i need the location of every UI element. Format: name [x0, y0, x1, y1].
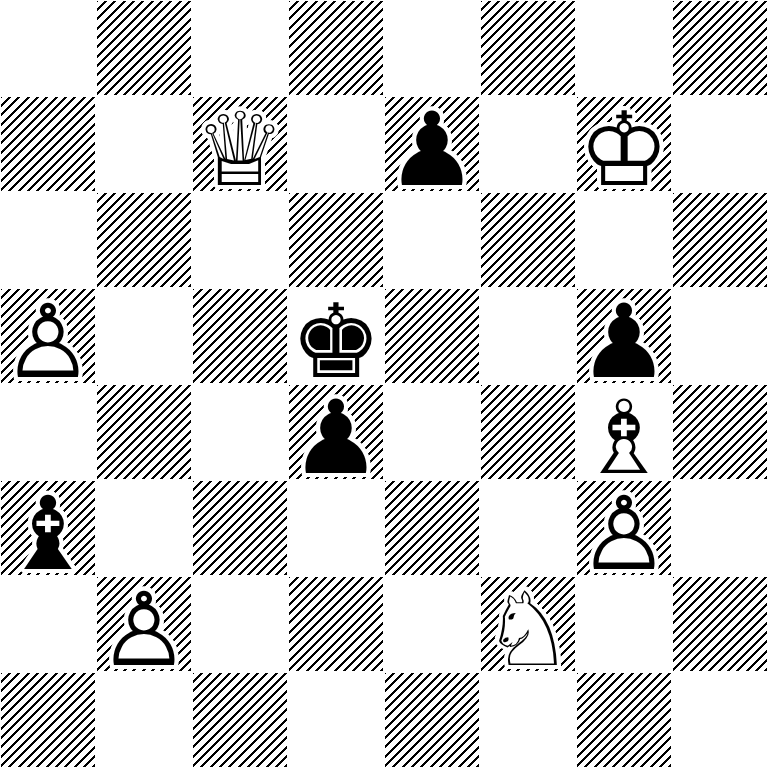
- square-b8[interactable]: [96, 0, 192, 96]
- square-c4[interactable]: [192, 384, 288, 480]
- square-h7[interactable]: [672, 96, 768, 192]
- square-d1[interactable]: [288, 672, 384, 768]
- square-h3[interactable]: [672, 480, 768, 576]
- square-b5[interactable]: [96, 288, 192, 384]
- piece-glyph: ♙: [2, 291, 93, 393]
- black-bishop: ♝: [0, 483, 96, 579]
- square-b3[interactable]: [96, 480, 192, 576]
- piece-glyph: ♔: [578, 99, 669, 201]
- square-b4[interactable]: [96, 384, 192, 480]
- square-f5[interactable]: [480, 288, 576, 384]
- square-a4[interactable]: [0, 384, 96, 480]
- square-f1[interactable]: [480, 672, 576, 768]
- black-king: ♚: [288, 291, 384, 387]
- square-e3[interactable]: [384, 480, 480, 576]
- square-e4[interactable]: [384, 384, 480, 480]
- square-c7[interactable]: ♛♕: [192, 96, 288, 192]
- black-pawn: ♟: [384, 99, 480, 195]
- square-h6[interactable]: [672, 192, 768, 288]
- square-f8[interactable]: [480, 0, 576, 96]
- square-b6[interactable]: [96, 192, 192, 288]
- white-pawn: ♟♙: [576, 483, 672, 579]
- square-d2[interactable]: [288, 576, 384, 672]
- square-g8[interactable]: [576, 0, 672, 96]
- square-c5[interactable]: [192, 288, 288, 384]
- square-d3[interactable]: [288, 480, 384, 576]
- square-b1[interactable]: [96, 672, 192, 768]
- white-bishop: ♝♗: [576, 387, 672, 483]
- white-knight: ♞♘: [480, 579, 576, 675]
- white-pawn: ♟♙: [96, 579, 192, 675]
- square-d4[interactable]: ♟: [288, 384, 384, 480]
- square-a1[interactable]: [0, 672, 96, 768]
- piece-glyph: ♟: [290, 387, 381, 489]
- square-f3[interactable]: [480, 480, 576, 576]
- square-d5[interactable]: ♚: [288, 288, 384, 384]
- square-e2[interactable]: [384, 576, 480, 672]
- square-e8[interactable]: [384, 0, 480, 96]
- square-g3[interactable]: ♟♙: [576, 480, 672, 576]
- square-h8[interactable]: [672, 0, 768, 96]
- square-b7[interactable]: [96, 96, 192, 192]
- square-g6[interactable]: [576, 192, 672, 288]
- piece-glyph: ♘: [482, 579, 573, 681]
- square-f6[interactable]: [480, 192, 576, 288]
- black-pawn: ♟: [288, 387, 384, 483]
- square-d6[interactable]: [288, 192, 384, 288]
- square-h4[interactable]: [672, 384, 768, 480]
- square-a2[interactable]: [0, 576, 96, 672]
- square-a5[interactable]: ♟♙: [0, 288, 96, 384]
- square-g4[interactable]: ♝♗: [576, 384, 672, 480]
- square-c6[interactable]: [192, 192, 288, 288]
- square-e6[interactable]: [384, 192, 480, 288]
- square-a6[interactable]: [0, 192, 96, 288]
- piece-glyph: ♙: [98, 579, 189, 681]
- square-g1[interactable]: [576, 672, 672, 768]
- square-d8[interactable]: [288, 0, 384, 96]
- square-e1[interactable]: [384, 672, 480, 768]
- square-a3[interactable]: ♝: [0, 480, 96, 576]
- square-h1[interactable]: [672, 672, 768, 768]
- black-pawn: ♟: [576, 291, 672, 387]
- square-c1[interactable]: [192, 672, 288, 768]
- square-b2[interactable]: ♟♙: [96, 576, 192, 672]
- white-king: ♚♔: [576, 99, 672, 195]
- square-g5[interactable]: ♟: [576, 288, 672, 384]
- piece-glyph: ♟: [386, 99, 477, 201]
- square-g7[interactable]: ♚♔: [576, 96, 672, 192]
- piece-glyph: ♝: [2, 483, 93, 585]
- piece-glyph: ♙: [578, 483, 669, 585]
- square-c3[interactable]: [192, 480, 288, 576]
- square-f4[interactable]: [480, 384, 576, 480]
- square-f2[interactable]: ♞♘: [480, 576, 576, 672]
- square-d7[interactable]: [288, 96, 384, 192]
- white-pawn: ♟♙: [0, 291, 96, 387]
- chess-board: ♛♕♟♚♔♟♙♚♟♟♝♗♝♟♙♟♙♞♘: [0, 0, 768, 768]
- square-e7[interactable]: ♟: [384, 96, 480, 192]
- square-a8[interactable]: [0, 0, 96, 96]
- white-queen: ♛♕: [192, 99, 288, 195]
- square-f7[interactable]: [480, 96, 576, 192]
- square-g2[interactable]: [576, 576, 672, 672]
- square-a7[interactable]: [0, 96, 96, 192]
- square-e5[interactable]: [384, 288, 480, 384]
- square-h2[interactable]: [672, 576, 768, 672]
- square-c2[interactable]: [192, 576, 288, 672]
- square-c8[interactable]: [192, 0, 288, 96]
- piece-glyph: ♕: [194, 99, 285, 201]
- square-h5[interactable]: [672, 288, 768, 384]
